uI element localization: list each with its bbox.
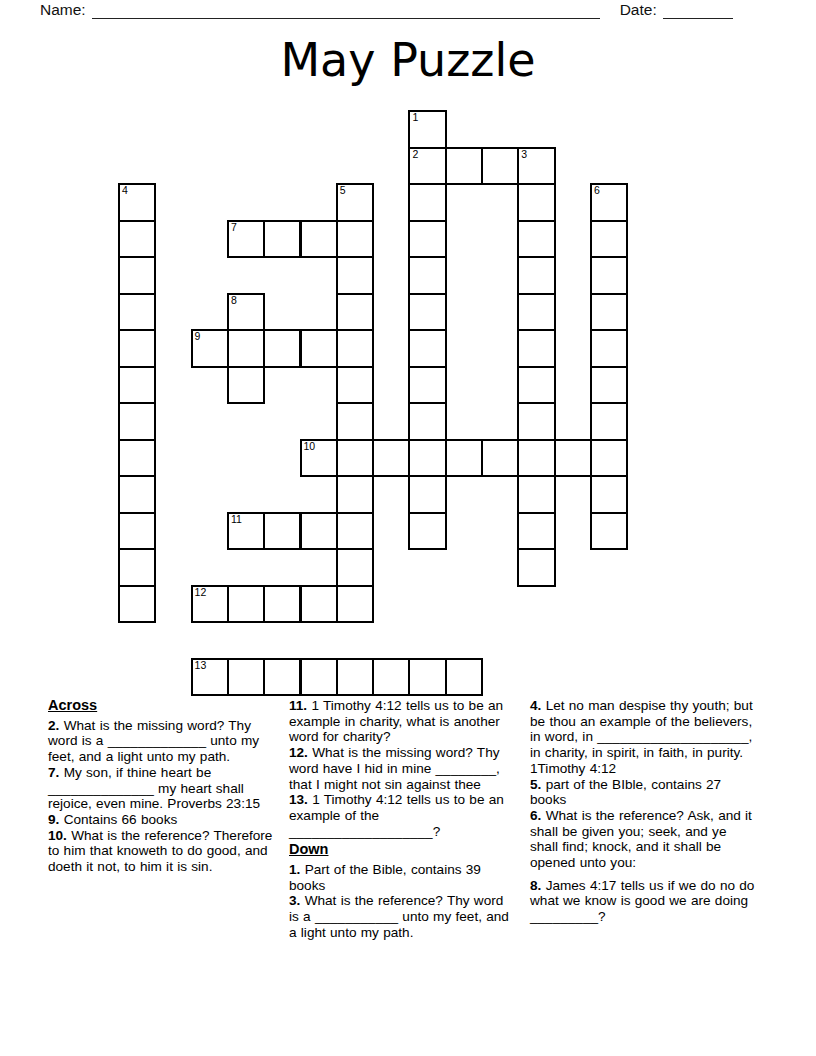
clue-1: 1. Part of the Bible, contains 39 books [289, 862, 516, 893]
cell-r11c4[interactable] [263, 512, 301, 551]
clue-column-2: 11. 1 Timothy 4:12 tells us to be an exa… [289, 698, 516, 941]
cell-r6c3[interactable] [227, 329, 265, 368]
cell-r9c8[interactable] [408, 439, 446, 478]
clue-7: 7. My son, if thine heart be ___________… [48, 765, 282, 812]
cell-r6c8[interactable] [408, 329, 446, 368]
clue-number-12: 12 [195, 586, 207, 598]
worksheet-header: Name: Date: [40, 1, 776, 19]
cell-r4c13[interactable] [590, 256, 628, 295]
crossword-grid: 12345678910111213 [118, 110, 630, 697]
cell-r4c0[interactable] [118, 256, 156, 295]
clue-6: 6. What is the reference? Ask, and it sh… [530, 808, 758, 871]
clue-number-11: 11 [231, 513, 242, 525]
clue-num-label: 6. [530, 808, 546, 823]
cell-r3c11[interactable] [517, 220, 555, 259]
clue-num-label: 7. [48, 765, 64, 780]
cell-r7c3[interactable] [227, 366, 265, 405]
clue-num-label: 1. [289, 862, 305, 877]
cell-r11c13[interactable] [590, 512, 628, 551]
clue-4: 4. Let no man despise thy youth; but be … [530, 698, 758, 777]
clue-num-label: 3. [289, 893, 305, 908]
clue-number-2: 2 [412, 148, 418, 160]
cell-r15c5[interactable] [300, 658, 338, 697]
clue-num-label: 5. [530, 777, 546, 792]
cell-r9c5[interactable]: 10 [300, 439, 338, 478]
cell-r9c12[interactable] [554, 439, 592, 478]
cell-r13c6[interactable] [336, 585, 374, 624]
cell-r3c4[interactable] [263, 220, 301, 259]
cell-r3c0[interactable] [118, 220, 156, 259]
across-header: Across [48, 698, 282, 714]
clue-number-7: 7 [231, 221, 237, 233]
cell-r3c8[interactable] [408, 220, 446, 259]
cell-r8c6[interactable] [336, 402, 374, 441]
date-blank-line [663, 5, 733, 19]
clue-num-label: 10. [48, 828, 71, 843]
cell-r5c6[interactable] [336, 293, 374, 332]
cell-r9c7[interactable] [372, 439, 410, 478]
clue-number-6: 6 [594, 184, 600, 196]
clue-column-3: 4. Let no man despise thy youth; but be … [530, 698, 758, 925]
cell-r5c3[interactable]: 8 [227, 293, 265, 332]
cell-r1c9[interactable] [445, 147, 483, 186]
cell-r15c9[interactable] [445, 658, 483, 697]
cell-r10c8[interactable] [408, 475, 446, 514]
cell-r2c8[interactable] [408, 183, 446, 222]
cell-r12c11[interactable] [517, 548, 555, 587]
clue-8: 8. James 4:17 tells us if we do no do wh… [530, 878, 758, 925]
cell-r9c9[interactable] [445, 439, 483, 478]
cell-r9c13[interactable] [590, 439, 628, 478]
cell-r3c13[interactable] [590, 220, 628, 259]
cell-r13c0[interactable] [118, 585, 156, 624]
cell-r5c0[interactable] [118, 293, 156, 332]
down-header: Down [289, 842, 516, 858]
cell-r6c4[interactable] [263, 329, 301, 368]
cell-r11c8[interactable] [408, 512, 446, 551]
cell-r6c2[interactable]: 9 [191, 329, 229, 368]
clue-number-10: 10 [304, 440, 316, 452]
cell-r3c5[interactable] [300, 220, 338, 259]
cell-r12c6[interactable] [336, 548, 374, 587]
cell-r10c11[interactable] [517, 475, 555, 514]
clue-num-label: 13. [289, 792, 312, 807]
cell-r10c6[interactable] [336, 475, 374, 514]
clue-5: 5. part of the BIble, contains 27 books [530, 777, 758, 808]
cell-r7c0[interactable] [118, 366, 156, 405]
clue-10: 10. What is the reference? Therefore to … [48, 828, 282, 875]
cell-r7c11[interactable] [517, 366, 555, 405]
cell-r1c10[interactable] [481, 147, 519, 186]
page-title: May Puzzle [0, 33, 816, 87]
cell-r15c3[interactable] [227, 658, 265, 697]
cell-r13c3[interactable] [227, 585, 265, 624]
cell-r11c0[interactable] [118, 512, 156, 551]
cell-r8c0[interactable] [118, 402, 156, 441]
clue-12: 12. What is the missing word? Thy word h… [289, 745, 516, 792]
cell-r5c11[interactable] [517, 293, 555, 332]
cell-r8c8[interactable] [408, 402, 446, 441]
cell-r15c6[interactable] [336, 658, 374, 697]
clue-3: 3. What is the reference? Thy word is a … [289, 893, 516, 940]
cell-r4c8[interactable] [408, 256, 446, 295]
clue-number-3: 3 [521, 148, 527, 160]
cell-r2c6[interactable]: 5 [336, 183, 374, 222]
cell-r3c6[interactable] [336, 220, 374, 259]
cell-r6c6[interactable] [336, 329, 374, 368]
clue-num-label: 8. [530, 878, 546, 893]
name-blank-line [92, 5, 600, 19]
cell-r8c11[interactable] [517, 402, 555, 441]
clue-11: 11. 1 Timothy 4:12 tells us to be an exa… [289, 698, 516, 745]
clue-number-8: 8 [231, 294, 237, 306]
clue-num-label: 11. [289, 698, 311, 713]
cell-r13c4[interactable] [263, 585, 301, 624]
cell-r6c5[interactable] [300, 329, 338, 368]
cell-r7c8[interactable] [408, 366, 446, 405]
cell-r1c11[interactable]: 3 [517, 147, 555, 186]
cell-r6c11[interactable] [517, 329, 555, 368]
cell-r8c13[interactable] [590, 402, 628, 441]
cell-r12c0[interactable] [118, 548, 156, 587]
cell-r13c5[interactable] [300, 585, 338, 624]
name-label: Name: [40, 1, 86, 19]
cell-r5c13[interactable] [590, 293, 628, 332]
cell-r9c11[interactable] [517, 439, 555, 478]
cell-r0c8[interactable]: 1 [408, 110, 446, 149]
clue-number-9: 9 [195, 330, 201, 342]
cell-r6c0[interactable] [118, 329, 156, 368]
clue-9: 9. Contains 66 books [48, 812, 282, 828]
cell-r2c0[interactable]: 4 [118, 183, 156, 222]
cell-r15c8[interactable] [408, 658, 446, 697]
cell-r6c13[interactable] [590, 329, 628, 368]
cell-r11c3[interactable]: 11 [227, 512, 265, 551]
cell-r9c6[interactable] [336, 439, 374, 478]
clue-number-4: 4 [122, 184, 128, 196]
cell-r13c2[interactable]: 12 [191, 585, 229, 624]
cell-r7c6[interactable] [336, 366, 374, 405]
cell-r5c8[interactable] [408, 293, 446, 332]
date-label: Date: [620, 1, 657, 19]
clue-13: 13. 1 Timothy 4:12 tells us to be an exa… [289, 792, 516, 839]
cell-r2c11[interactable] [517, 183, 555, 222]
cell-r10c13[interactable] [590, 475, 628, 514]
cell-r4c6[interactable] [336, 256, 374, 295]
cell-r15c2[interactable]: 13 [191, 658, 229, 697]
clue-num-label: 4. [530, 698, 546, 713]
cell-r11c11[interactable] [517, 512, 555, 551]
clue-num-label: 9. [48, 812, 64, 827]
cell-r10c0[interactable] [118, 475, 156, 514]
cell-r7c13[interactable] [590, 366, 628, 405]
cell-r15c7[interactable] [372, 658, 410, 697]
cell-r11c5[interactable] [300, 512, 338, 551]
cell-r9c0[interactable] [118, 439, 156, 478]
cell-r9c10[interactable] [481, 439, 519, 478]
cell-r4c11[interactable] [517, 256, 555, 295]
cell-r2c13[interactable]: 6 [590, 183, 628, 222]
cell-r3c3[interactable]: 7 [227, 220, 265, 259]
clue-number-13: 13 [195, 659, 207, 671]
cell-r1c8[interactable]: 2 [408, 147, 446, 186]
clue-column-1: Across2. What is the missing word? Thy w… [48, 698, 282, 875]
clue-number-5: 5 [340, 184, 346, 196]
clue-num-label: 12. [289, 745, 312, 760]
cell-r15c4[interactable] [263, 658, 301, 697]
cell-r11c6[interactable] [336, 512, 374, 551]
clue-number-1: 1 [412, 111, 418, 123]
clue-num-label: 2. [48, 718, 64, 733]
clue-2: 2. What is the missing word? Thy word is… [48, 718, 282, 765]
